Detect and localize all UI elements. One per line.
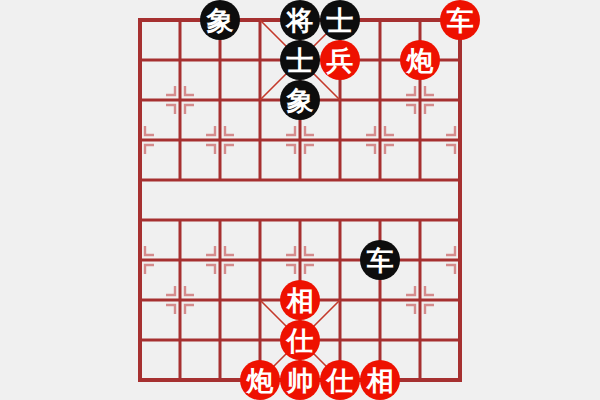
black-advisor-piece[interactable]: 士 — [320, 0, 360, 40]
xiangqi-app: 象将士车士兵炮象车相仕炮帅仕相 — [0, 0, 600, 400]
piece-layer: 象将士车士兵炮象车相仕炮帅仕相 — [120, 0, 480, 400]
red-cannon-piece[interactable]: 炮 — [240, 360, 280, 400]
black-elephant-piece[interactable]: 象 — [280, 80, 320, 120]
black-advisor-piece[interactable]: 士 — [280, 40, 320, 80]
black-elephant-piece[interactable]: 象 — [200, 0, 240, 40]
red-advisor-piece[interactable]: 仕 — [320, 360, 360, 400]
red-soldier-piece[interactable]: 兵 — [320, 40, 360, 80]
black-general-piece[interactable]: 将 — [280, 0, 320, 40]
red-elephant-piece[interactable]: 相 — [280, 280, 320, 320]
red-general-piece[interactable]: 帅 — [280, 360, 320, 400]
red-chariot-piece[interactable]: 车 — [440, 0, 480, 40]
red-cannon-piece[interactable]: 炮 — [400, 40, 440, 80]
black-chariot-piece[interactable]: 车 — [360, 240, 400, 280]
red-advisor-piece[interactable]: 仕 — [280, 320, 320, 360]
red-elephant-piece[interactable]: 相 — [360, 360, 400, 400]
